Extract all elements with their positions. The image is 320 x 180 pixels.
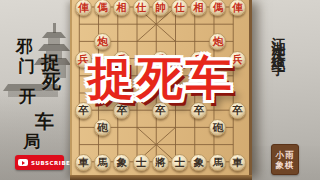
piece-black-elephant[interactable]: 象 bbox=[113, 154, 130, 171]
piece-red-chariot[interactable]: 俥 bbox=[75, 0, 92, 16]
piece-black-general[interactable]: 將 bbox=[152, 154, 169, 171]
piece-black-cannon[interactable]: 砲 bbox=[209, 119, 226, 136]
piece-black-chariot[interactable]: 車 bbox=[229, 154, 246, 171]
piece-red-cannon[interactable]: 炮 bbox=[94, 33, 111, 50]
piece-red-chariot[interactable]: 俥 bbox=[229, 0, 246, 16]
piece-black-chariot[interactable]: 車 bbox=[75, 154, 92, 171]
board-bottom-edge bbox=[70, 175, 252, 180]
piece-black-advisor[interactable]: 士 bbox=[171, 154, 188, 171]
piece-black-horse[interactable]: 馬 bbox=[94, 154, 111, 171]
channel-badge-line2: 象棋 bbox=[276, 160, 295, 170]
overlay-title: 捉死车 bbox=[70, 53, 252, 104]
channel-badge: 小雨 象棋 bbox=[271, 144, 299, 175]
pagoda-silhouette-icon bbox=[0, 0, 72, 100]
piece-black-cannon[interactable]: 砲 bbox=[94, 119, 111, 136]
piece-black-elephant[interactable]: 象 bbox=[190, 154, 207, 171]
piece-red-elephant[interactable]: 相 bbox=[113, 0, 130, 16]
piece-red-horse[interactable]: 傌 bbox=[209, 0, 226, 16]
piece-red-elephant[interactable]: 相 bbox=[190, 0, 207, 16]
piece-red-cannon[interactable]: 炮 bbox=[209, 33, 226, 50]
xiangqi-board[interactable]: 俥傌相仕帥仕相傌俥炮炮兵兵兵兵兵卒卒卒卒卒砲砲車馬象士將士象馬車 捉死车 bbox=[70, 0, 252, 180]
youtube-play-icon bbox=[18, 159, 28, 166]
channel-badge-line1: 小雨 bbox=[276, 150, 295, 160]
subscribe-label: SUBSCRIBE bbox=[31, 160, 70, 166]
video-thumbnail: 捉死车邪门开局 俥傌相仕帥仕相傌俥炮炮兵兵兵兵兵卒卒卒卒卒砲砲車馬象士將士象馬車… bbox=[0, 0, 320, 180]
right-caption-calligraphy: 江湖失传绝学 bbox=[270, 26, 288, 156]
piece-red-advisor[interactable]: 仕 bbox=[171, 0, 188, 16]
piece-red-general[interactable]: 帥 bbox=[152, 0, 169, 16]
piece-red-advisor[interactable]: 仕 bbox=[133, 0, 150, 16]
subscribe-button[interactable]: SUBSCRIBE bbox=[15, 155, 64, 170]
piece-red-horse[interactable]: 傌 bbox=[94, 0, 111, 16]
piece-black-advisor[interactable]: 士 bbox=[133, 154, 150, 171]
piece-black-horse[interactable]: 馬 bbox=[209, 154, 226, 171]
